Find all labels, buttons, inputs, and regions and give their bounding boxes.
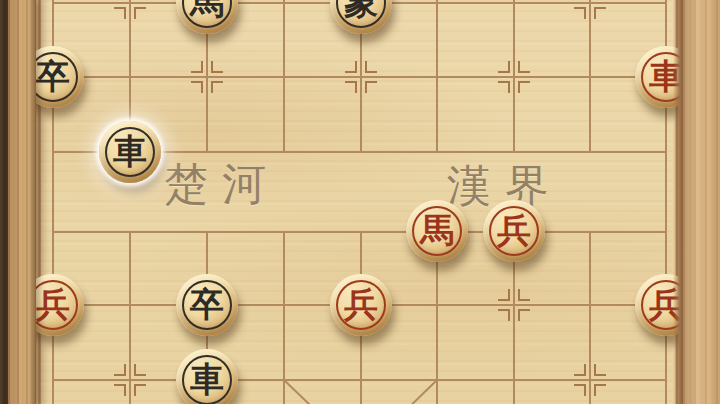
piece-ring — [105, 127, 155, 177]
piece-ring — [336, 0, 386, 28]
point-f2-r4[interactable] — [92, 41, 169, 117]
point-f3-r4[interactable] — [168, 41, 245, 117]
piece-ring — [182, 280, 232, 330]
point-f8-r3[interactable] — [551, 0, 628, 41]
point-f5-r8[interactable] — [321, 343, 398, 404]
xiangqi-board-screen: 楚河 漢界 馬象卒車車馬兵兵卒兵兵車 — [0, 0, 720, 404]
point-f8-r7[interactable] — [551, 267, 628, 343]
point-f2-r8[interactable] — [92, 343, 169, 404]
board-right-edge — [673, 0, 683, 404]
piece-red-soldier[interactable]: 兵 — [483, 200, 545, 262]
piece-ring — [182, 0, 232, 28]
piece-ring — [182, 355, 232, 404]
point-f3-r6[interactable] — [168, 192, 245, 268]
point-f6-r4[interactable] — [398, 41, 475, 117]
point-f6-r3[interactable] — [398, 0, 475, 41]
point-f4-r7[interactable] — [245, 267, 322, 343]
point-f8-r5[interactable] — [551, 116, 628, 192]
point-f5-r5[interactable] — [321, 116, 398, 192]
point-f6-r7[interactable] — [398, 267, 475, 343]
piece-ring — [412, 206, 462, 256]
point-f8-r8[interactable] — [551, 343, 628, 404]
point-f7-r4[interactable] — [474, 41, 551, 117]
point-f4-r6[interactable] — [245, 192, 322, 268]
wood-frame-dark-edge — [0, 0, 8, 404]
piece-red-horse[interactable]: 馬 — [406, 200, 468, 262]
point-f8-r6[interactable] — [551, 192, 628, 268]
wood-frame-right — [683, 0, 720, 404]
point-f7-r5[interactable] — [474, 116, 551, 192]
point-f5-r6[interactable] — [321, 192, 398, 268]
point-f4-r8[interactable] — [245, 343, 322, 404]
point-f7-r8[interactable] — [474, 343, 551, 404]
point-f4-r5[interactable] — [245, 116, 322, 192]
point-f5-r4[interactable] — [321, 41, 398, 117]
point-f2-r6[interactable] — [92, 192, 169, 268]
point-f2-r3[interactable] — [92, 0, 169, 41]
piece-red-soldier[interactable]: 兵 — [330, 274, 392, 336]
point-f4-r3[interactable] — [245, 0, 322, 41]
piece-ring — [336, 280, 386, 330]
point-f7-r7[interactable] — [474, 267, 551, 343]
point-f3-r5[interactable] — [168, 116, 245, 192]
points-grid — [15, 0, 704, 404]
wood-frame-left — [8, 0, 36, 404]
piece-black-chariot[interactable]: 車 — [176, 349, 238, 404]
point-f6-r8[interactable] — [398, 343, 475, 404]
piece-ring — [489, 206, 539, 256]
point-f4-r4[interactable] — [245, 41, 322, 117]
point-f2-r7[interactable] — [92, 267, 169, 343]
piece-black-soldier[interactable]: 卒 — [176, 274, 238, 336]
point-f7-r3[interactable] — [474, 0, 551, 41]
point-f6-r5[interactable] — [398, 116, 475, 192]
piece-black-chariot[interactable]: 車 — [99, 121, 161, 183]
point-f8-r4[interactable] — [551, 41, 628, 117]
